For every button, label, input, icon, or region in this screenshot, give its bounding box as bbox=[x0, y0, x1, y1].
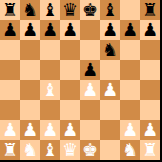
piece-white-king[interactable]: ♚ bbox=[82, 140, 98, 160]
square-d3[interactable] bbox=[60, 100, 80, 120]
piece-white-pawn[interactable]: ♟ bbox=[42, 120, 58, 140]
square-e1[interactable]: ♚ bbox=[80, 140, 100, 160]
piece-black-pawn[interactable]: ♟ bbox=[82, 60, 98, 80]
piece-white-rook[interactable]: ♜ bbox=[142, 140, 158, 160]
square-a5[interactable] bbox=[0, 60, 20, 80]
square-b1[interactable]: ♞ bbox=[20, 140, 40, 160]
piece-black-bishop[interactable]: ♝ bbox=[102, 0, 118, 20]
square-e4[interactable]: ♟ bbox=[80, 80, 100, 100]
piece-black-pawn[interactable]: ♟ bbox=[62, 20, 78, 40]
piece-white-pawn[interactable]: ♟ bbox=[62, 120, 78, 140]
piece-black-king[interactable]: ♚ bbox=[82, 0, 98, 20]
piece-white-rook[interactable]: ♜ bbox=[2, 140, 18, 160]
square-e8[interactable]: ♚ bbox=[80, 0, 100, 20]
square-d1[interactable]: ♛ bbox=[60, 140, 80, 160]
square-h7[interactable]: ♟ bbox=[140, 20, 160, 40]
square-c2[interactable]: ♟ bbox=[40, 120, 60, 140]
square-a3[interactable] bbox=[0, 100, 20, 120]
square-d6[interactable] bbox=[60, 40, 80, 60]
square-e2[interactable] bbox=[80, 120, 100, 140]
piece-white-pawn[interactable]: ♟ bbox=[22, 120, 38, 140]
piece-black-pawn[interactable]: ♟ bbox=[42, 20, 58, 40]
square-g7[interactable]: ♟ bbox=[120, 20, 140, 40]
square-a8[interactable]: ♜ bbox=[0, 0, 20, 20]
square-a6[interactable] bbox=[0, 40, 20, 60]
square-b4[interactable] bbox=[20, 80, 40, 100]
square-e6[interactable] bbox=[80, 40, 100, 60]
piece-white-bishop[interactable]: ♝ bbox=[42, 140, 58, 160]
square-b5[interactable] bbox=[20, 60, 40, 80]
square-b7[interactable]: ♟ bbox=[20, 20, 40, 40]
piece-white-pawn[interactable]: ♟ bbox=[102, 80, 118, 100]
square-f1[interactable] bbox=[100, 140, 120, 160]
square-g4[interactable] bbox=[120, 80, 140, 100]
square-e5[interactable]: ♟ bbox=[80, 60, 100, 80]
square-f8[interactable]: ♝ bbox=[100, 0, 120, 20]
square-a7[interactable]: ♟ bbox=[0, 20, 20, 40]
piece-white-pawn[interactable]: ♟ bbox=[2, 120, 18, 140]
square-f3[interactable] bbox=[100, 100, 120, 120]
square-c8[interactable]: ♝ bbox=[40, 0, 60, 20]
square-h8[interactable]: ♜ bbox=[140, 0, 160, 20]
piece-black-knight[interactable]: ♞ bbox=[22, 0, 38, 20]
piece-black-bishop[interactable]: ♝ bbox=[42, 0, 58, 20]
square-b6[interactable] bbox=[20, 40, 40, 60]
square-f5[interactable] bbox=[100, 60, 120, 80]
square-g1[interactable]: ♞ bbox=[120, 140, 140, 160]
square-e3[interactable] bbox=[80, 100, 100, 120]
square-g8[interactable] bbox=[120, 0, 140, 20]
chess-board: ♜♞♝♛♚♝♜♟♟♟♟♟♟♟♞♟♝♟♟♟♟♟♟♟♟♜♞♝♛♚♞♜ bbox=[0, 0, 160, 160]
piece-black-pawn[interactable]: ♟ bbox=[142, 20, 158, 40]
square-c5[interactable] bbox=[40, 60, 60, 80]
square-c3[interactable] bbox=[40, 100, 60, 120]
piece-black-knight[interactable]: ♞ bbox=[102, 40, 118, 60]
square-b8[interactable]: ♞ bbox=[20, 0, 40, 20]
piece-white-pawn[interactable]: ♟ bbox=[122, 120, 138, 140]
square-f4[interactable]: ♟ bbox=[100, 80, 120, 100]
square-c4[interactable]: ♝ bbox=[40, 80, 60, 100]
piece-black-pawn[interactable]: ♟ bbox=[122, 20, 138, 40]
square-g6[interactable] bbox=[120, 40, 140, 60]
piece-white-bishop[interactable]: ♝ bbox=[42, 80, 58, 100]
square-h1[interactable]: ♜ bbox=[140, 140, 160, 160]
piece-white-pawn[interactable]: ♟ bbox=[82, 80, 98, 100]
square-e7[interactable] bbox=[80, 20, 100, 40]
piece-white-knight[interactable]: ♞ bbox=[22, 140, 38, 160]
piece-black-pawn[interactable]: ♟ bbox=[2, 20, 18, 40]
square-a2[interactable]: ♟ bbox=[0, 120, 20, 140]
square-f7[interactable]: ♟ bbox=[100, 20, 120, 40]
square-d2[interactable]: ♟ bbox=[60, 120, 80, 140]
piece-white-knight[interactable]: ♞ bbox=[122, 140, 138, 160]
square-c6[interactable] bbox=[40, 40, 60, 60]
square-a1[interactable]: ♜ bbox=[0, 140, 20, 160]
piece-black-pawn[interactable]: ♟ bbox=[102, 20, 118, 40]
board-frame: ♜♞♝♛♚♝♜♟♟♟♟♟♟♟♞♟♝♟♟♟♟♟♟♟♟♜♞♝♛♚♞♜ bbox=[0, 0, 162, 162]
square-d4[interactable] bbox=[60, 80, 80, 100]
square-c1[interactable]: ♝ bbox=[40, 140, 60, 160]
piece-black-rook[interactable]: ♜ bbox=[142, 0, 158, 20]
square-g2[interactable]: ♟ bbox=[120, 120, 140, 140]
square-f6[interactable]: ♞ bbox=[100, 40, 120, 60]
square-d5[interactable] bbox=[60, 60, 80, 80]
square-c7[interactable]: ♟ bbox=[40, 20, 60, 40]
square-h5[interactable] bbox=[140, 60, 160, 80]
square-h2[interactable]: ♟ bbox=[140, 120, 160, 140]
piece-black-pawn[interactable]: ♟ bbox=[22, 20, 38, 40]
square-a4[interactable] bbox=[0, 80, 20, 100]
square-d8[interactable]: ♛ bbox=[60, 0, 80, 20]
square-d7[interactable]: ♟ bbox=[60, 20, 80, 40]
square-h3[interactable] bbox=[140, 100, 160, 120]
piece-black-rook[interactable]: ♜ bbox=[2, 0, 18, 20]
square-h6[interactable] bbox=[140, 40, 160, 60]
square-h4[interactable] bbox=[140, 80, 160, 100]
piece-black-queen[interactable]: ♛ bbox=[62, 0, 78, 20]
square-b3[interactable] bbox=[20, 100, 40, 120]
piece-white-queen[interactable]: ♛ bbox=[62, 140, 78, 160]
piece-white-pawn[interactable]: ♟ bbox=[142, 120, 158, 140]
square-b2[interactable]: ♟ bbox=[20, 120, 40, 140]
square-f2[interactable] bbox=[100, 120, 120, 140]
square-g5[interactable] bbox=[120, 60, 140, 80]
square-g3[interactable] bbox=[120, 100, 140, 120]
